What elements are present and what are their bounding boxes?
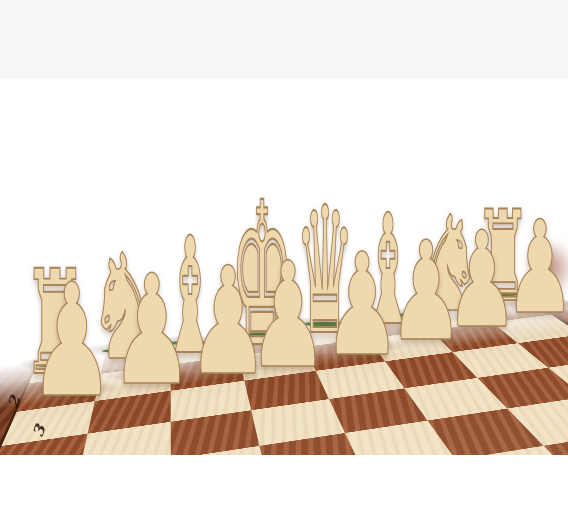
- top-grey-band: [0, 0, 568, 79]
- photo-bottom-whitespace: [0, 455, 568, 532]
- white-pawn-d2: ♟: [323, 235, 401, 376]
- white-pawn-h2: ♟: [29, 265, 115, 421]
- white-pawn-f2: ♟: [187, 249, 269, 398]
- product-photo: 2 3 ♜♞♟♝♟♛♟♚♝♟♞♟♜♟♟♟: [0, 0, 568, 532]
- white-pawn-g2: ♟: [110, 257, 193, 409]
- chess-photo-stage: 2 3 ♜♞♟♝♟♛♟♚♝♟♞♟♜♟♟♟: [0, 0, 568, 532]
- piece-layer: ♜♞♟♝♟♛♟♚♝♟♞♟♜♟♟♟: [0, 0, 568, 532]
